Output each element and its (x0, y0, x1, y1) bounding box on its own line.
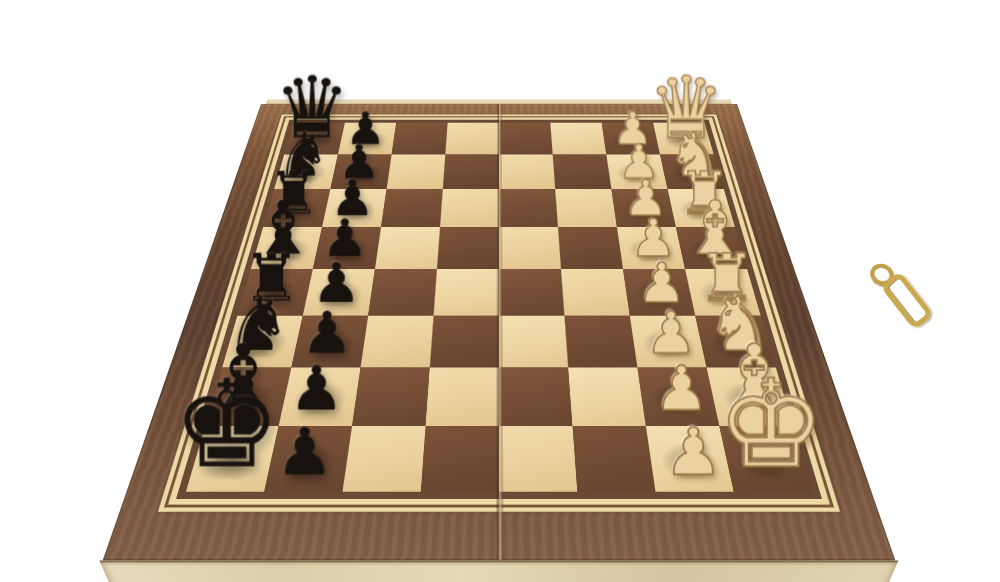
square-e4[interactable] (499, 269, 564, 316)
black-pawn[interactable]: ♟ (275, 420, 334, 485)
square-e8[interactable] (499, 123, 553, 155)
square-c6[interactable] (381, 189, 443, 227)
square-d5[interactable] (437, 227, 499, 269)
white-king[interactable]: ♚ (717, 364, 826, 485)
chess-board-3d: ♛♟♟♛♞♟♟♞♜♟♟♜♝♟♟♝♜♟♟♜♞♟♟♞♝♟♟♝♚♟♟♚ (103, 104, 896, 561)
square-c4[interactable] (368, 269, 437, 316)
square-f2[interactable] (568, 368, 646, 426)
square-c8[interactable] (392, 123, 448, 155)
square-d3[interactable] (430, 316, 499, 368)
brass-clasp (864, 258, 926, 338)
square-d8[interactable] (445, 123, 499, 155)
clasp-hook-icon (880, 271, 934, 331)
square-e6[interactable] (499, 189, 558, 227)
square-f8[interactable] (550, 123, 606, 155)
square-f3[interactable] (564, 316, 637, 368)
square-e5[interactable] (499, 227, 561, 269)
box-front-edge-line (99, 561, 898, 563)
square-f1[interactable] (572, 426, 655, 492)
square-d6[interactable] (440, 189, 499, 227)
square-c3[interactable] (361, 316, 434, 368)
square-d4[interactable] (434, 269, 499, 316)
square-a1[interactable]: ♚ (186, 426, 279, 492)
square-d1[interactable] (421, 426, 499, 492)
square-e2[interactable] (499, 368, 572, 426)
square-d7[interactable] (443, 154, 499, 189)
square-f6[interactable] (555, 189, 617, 227)
square-f5[interactable] (558, 227, 623, 269)
square-h1[interactable]: ♚ (719, 426, 812, 492)
square-c7[interactable] (387, 154, 446, 189)
board-frame: ♛♟♟♛♞♟♟♞♜♟♟♜♝♟♟♝♜♟♟♜♞♟♟♞♝♟♟♝♚♟♟♚ (103, 104, 896, 561)
box-front-edge (99, 561, 898, 582)
black-pawn[interactable]: ♟ (289, 358, 344, 419)
white-pawn[interactable]: ♟ (654, 358, 709, 419)
square-d2[interactable] (426, 368, 499, 426)
square-f7[interactable] (553, 154, 612, 189)
black-king[interactable]: ♚ (172, 364, 281, 485)
square-c2[interactable] (352, 368, 430, 426)
square-b1[interactable]: ♟ (264, 426, 352, 492)
square-f4[interactable] (561, 269, 630, 316)
square-e3[interactable] (499, 316, 568, 368)
square-c5[interactable] (375, 227, 440, 269)
square-c1[interactable] (342, 426, 425, 492)
square-e7[interactable] (499, 154, 555, 189)
photo-stage: ♛♟♟♛♞♟♟♞♜♟♟♜♝♟♟♝♜♟♟♜♞♟♟♞♝♟♟♝♚♟♟♚ (0, 0, 1000, 582)
white-pawn[interactable]: ♟ (664, 420, 723, 485)
square-e1[interactable] (499, 426, 577, 492)
